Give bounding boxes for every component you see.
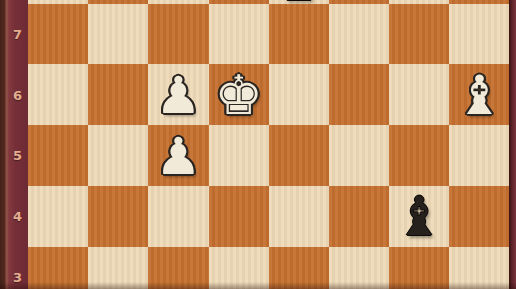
square-f4[interactable] <box>329 186 389 247</box>
square-d3[interactable] <box>209 247 269 289</box>
square-e3[interactable] <box>269 247 329 289</box>
square-e4[interactable] <box>269 186 329 247</box>
square-b7[interactable] <box>88 4 148 65</box>
square-g7[interactable] <box>389 4 449 65</box>
rank-labels-rail: 76543 <box>0 0 28 289</box>
square-d6[interactable]: ♚ <box>209 64 269 125</box>
square-c7[interactable] <box>148 4 208 65</box>
square-h5[interactable] <box>449 125 509 186</box>
square-e5[interactable] <box>269 125 329 186</box>
square-d5[interactable] <box>209 125 269 186</box>
white-bishop[interactable]: ♝ <box>455 69 503 123</box>
square-c6[interactable]: ♟ <box>148 64 208 125</box>
square-b3[interactable] <box>88 247 148 289</box>
square-c3[interactable] <box>148 247 208 289</box>
square-g4[interactable]: ♝ <box>389 186 449 247</box>
square-a4[interactable] <box>28 186 88 247</box>
chessboard-grid: ♚♟♚♝♟♝ <box>28 0 510 289</box>
chessboard: ♚♟♚♝♟♝ 76543 <box>0 0 516 289</box>
square-c5[interactable]: ♟ <box>148 125 208 186</box>
square-e7[interactable] <box>269 4 329 65</box>
square-d4[interactable] <box>209 186 269 247</box>
square-f3[interactable] <box>329 247 389 289</box>
rank-label-3: 3 <box>8 269 27 284</box>
square-a5[interactable] <box>28 125 88 186</box>
square-f6[interactable] <box>329 64 389 125</box>
square-h3[interactable] <box>449 247 509 289</box>
square-g3[interactable] <box>389 247 449 289</box>
white-king[interactable]: ♚ <box>214 69 262 123</box>
square-h7[interactable] <box>449 4 509 65</box>
square-a3[interactable] <box>28 247 88 289</box>
square-g6[interactable] <box>389 64 449 125</box>
square-e6[interactable] <box>269 64 329 125</box>
square-b6[interactable] <box>88 64 148 125</box>
black-bishop[interactable]: ♝ <box>395 190 443 244</box>
square-f5[interactable] <box>329 125 389 186</box>
rank-label-4: 4 <box>8 209 27 224</box>
square-f7[interactable] <box>329 4 389 65</box>
square-a7[interactable] <box>28 4 88 65</box>
square-g5[interactable] <box>389 125 449 186</box>
square-h6[interactable]: ♝ <box>449 64 509 125</box>
rank-label-5: 5 <box>8 148 27 163</box>
board-right-edge <box>509 0 516 289</box>
rank-label-7: 7 <box>8 26 27 41</box>
white-pawn[interactable]: ♟ <box>156 131 202 182</box>
square-h4[interactable] <box>449 186 509 247</box>
white-pawn[interactable]: ♟ <box>156 70 202 121</box>
square-d7[interactable] <box>209 4 269 65</box>
square-c4[interactable] <box>148 186 208 247</box>
square-a6[interactable] <box>28 64 88 125</box>
rank-label-6: 6 <box>8 87 27 102</box>
square-b4[interactable] <box>88 186 148 247</box>
square-b5[interactable] <box>88 125 148 186</box>
